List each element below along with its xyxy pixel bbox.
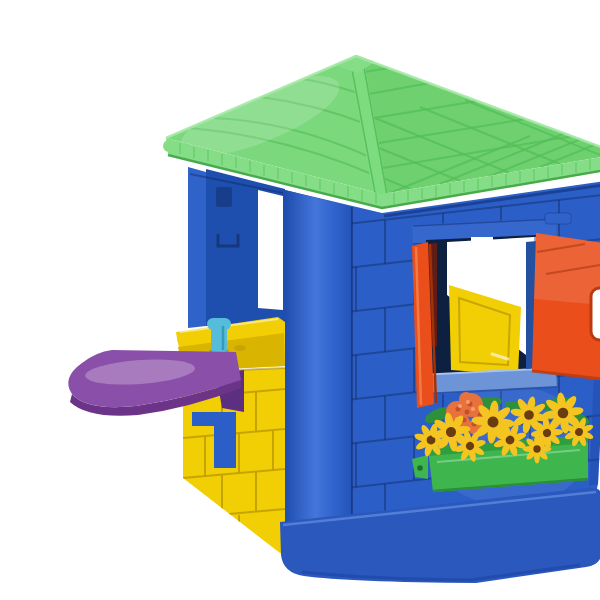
playhouse-illustration [40, 16, 600, 600]
left-window-opening [258, 190, 283, 310]
left-wall [188, 167, 285, 328]
left-wall-edge-band [188, 167, 206, 328]
shutter-hinge-tab [545, 213, 571, 224]
product-photo [40, 16, 600, 600]
right-shutter [526, 233, 600, 382]
counter-recess [234, 345, 246, 351]
eave-corner-left [163, 140, 175, 152]
corner-post [285, 190, 352, 527]
box-tab-hole [417, 465, 423, 471]
lintel-notch [471, 237, 493, 245]
shutter-handle-slot [591, 288, 600, 340]
wall-indent [216, 187, 232, 207]
